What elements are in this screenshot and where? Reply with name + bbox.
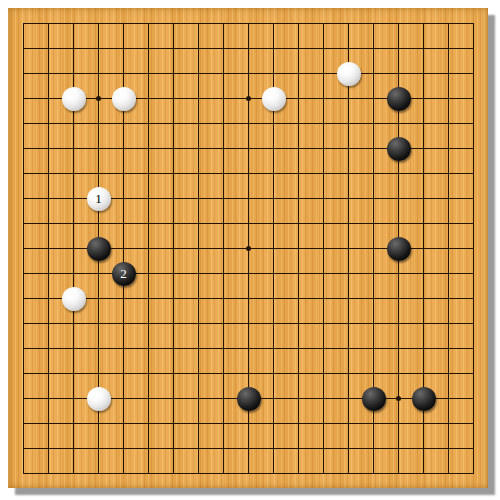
intersection[interactable] bbox=[411, 186, 436, 211]
intersection[interactable] bbox=[61, 161, 86, 186]
intersection[interactable] bbox=[386, 336, 411, 361]
intersection[interactable] bbox=[411, 286, 436, 311]
intersection[interactable] bbox=[211, 161, 236, 186]
intersection[interactable] bbox=[336, 111, 361, 136]
intersection[interactable] bbox=[361, 161, 386, 186]
intersection[interactable] bbox=[436, 11, 461, 36]
intersection[interactable] bbox=[61, 186, 86, 211]
intersection[interactable] bbox=[361, 311, 386, 336]
intersection[interactable] bbox=[261, 236, 286, 261]
white-stone[interactable] bbox=[62, 287, 86, 311]
intersection[interactable] bbox=[11, 136, 36, 161]
intersection[interactable] bbox=[11, 361, 36, 386]
intersection[interactable] bbox=[86, 461, 111, 486]
intersection[interactable] bbox=[111, 336, 136, 361]
intersection[interactable] bbox=[411, 436, 436, 461]
intersection[interactable] bbox=[336, 311, 361, 336]
intersection[interactable] bbox=[286, 311, 311, 336]
intersection[interactable] bbox=[436, 161, 461, 186]
intersection[interactable] bbox=[61, 311, 86, 336]
intersection[interactable] bbox=[136, 436, 161, 461]
intersection[interactable] bbox=[261, 336, 286, 361]
intersection[interactable] bbox=[286, 236, 311, 261]
intersection[interactable] bbox=[261, 461, 286, 486]
intersection[interactable] bbox=[436, 236, 461, 261]
intersection[interactable] bbox=[111, 36, 136, 61]
intersection[interactable] bbox=[61, 361, 86, 386]
intersection[interactable] bbox=[11, 411, 36, 436]
intersection[interactable] bbox=[136, 311, 161, 336]
intersection[interactable] bbox=[436, 336, 461, 361]
intersection[interactable] bbox=[136, 261, 161, 286]
intersection[interactable] bbox=[386, 286, 411, 311]
intersection[interactable] bbox=[61, 211, 86, 236]
intersection[interactable] bbox=[236, 211, 261, 236]
intersection[interactable] bbox=[411, 36, 436, 61]
intersection[interactable] bbox=[111, 411, 136, 436]
intersection[interactable] bbox=[36, 186, 61, 211]
intersection[interactable] bbox=[286, 61, 311, 86]
intersection[interactable] bbox=[411, 136, 436, 161]
intersection[interactable] bbox=[286, 386, 311, 411]
intersection[interactable] bbox=[311, 136, 336, 161]
intersection[interactable] bbox=[261, 11, 286, 36]
intersection[interactable] bbox=[286, 36, 311, 61]
intersection[interactable] bbox=[236, 386, 261, 411]
intersection[interactable] bbox=[311, 86, 336, 111]
intersection[interactable] bbox=[161, 136, 186, 161]
intersection[interactable] bbox=[261, 361, 286, 386]
intersection[interactable] bbox=[461, 36, 486, 61]
intersection[interactable] bbox=[461, 436, 486, 461]
intersection[interactable] bbox=[436, 386, 461, 411]
intersection[interactable] bbox=[61, 111, 86, 136]
intersection[interactable] bbox=[461, 161, 486, 186]
intersection[interactable] bbox=[461, 236, 486, 261]
intersection[interactable] bbox=[111, 436, 136, 461]
intersection[interactable] bbox=[36, 436, 61, 461]
intersection[interactable] bbox=[211, 11, 236, 36]
intersection[interactable] bbox=[36, 86, 61, 111]
intersection[interactable] bbox=[336, 211, 361, 236]
intersection[interactable] bbox=[86, 61, 111, 86]
intersection[interactable] bbox=[261, 211, 286, 236]
intersection[interactable] bbox=[186, 336, 211, 361]
intersection[interactable] bbox=[436, 361, 461, 386]
intersection[interactable] bbox=[36, 311, 61, 336]
intersection[interactable] bbox=[461, 136, 486, 161]
intersection[interactable] bbox=[386, 311, 411, 336]
intersection[interactable] bbox=[461, 461, 486, 486]
intersection[interactable] bbox=[186, 361, 211, 386]
intersection[interactable] bbox=[11, 11, 36, 36]
intersection[interactable] bbox=[236, 61, 261, 86]
intersection[interactable] bbox=[311, 236, 336, 261]
intersection[interactable] bbox=[111, 186, 136, 211]
intersection[interactable] bbox=[236, 161, 261, 186]
intersection[interactable] bbox=[336, 386, 361, 411]
intersection[interactable] bbox=[311, 161, 336, 186]
intersection[interactable] bbox=[136, 161, 161, 186]
intersection[interactable] bbox=[336, 186, 361, 211]
intersection[interactable] bbox=[286, 111, 311, 136]
intersection[interactable] bbox=[311, 11, 336, 36]
intersection[interactable] bbox=[386, 136, 411, 161]
intersection[interactable] bbox=[111, 161, 136, 186]
white-stone[interactable] bbox=[87, 387, 111, 411]
black-stone[interactable] bbox=[87, 237, 111, 261]
intersection[interactable] bbox=[361, 211, 386, 236]
intersection[interactable] bbox=[111, 61, 136, 86]
intersection[interactable] bbox=[161, 161, 186, 186]
intersection[interactable] bbox=[436, 186, 461, 211]
intersection[interactable] bbox=[86, 411, 111, 436]
intersection[interactable] bbox=[261, 386, 286, 411]
intersection[interactable] bbox=[361, 236, 386, 261]
intersection[interactable] bbox=[11, 86, 36, 111]
intersection[interactable] bbox=[461, 86, 486, 111]
intersection[interactable] bbox=[36, 461, 61, 486]
intersection[interactable] bbox=[411, 261, 436, 286]
intersection[interactable] bbox=[411, 361, 436, 386]
black-stone[interactable] bbox=[387, 87, 411, 111]
intersection[interactable] bbox=[161, 111, 186, 136]
intersection[interactable] bbox=[436, 286, 461, 311]
intersection[interactable] bbox=[236, 286, 261, 311]
intersection[interactable] bbox=[461, 186, 486, 211]
intersection[interactable] bbox=[211, 111, 236, 136]
intersection[interactable] bbox=[436, 111, 461, 136]
intersection[interactable] bbox=[411, 386, 436, 411]
intersection[interactable] bbox=[61, 336, 86, 361]
intersection[interactable] bbox=[161, 211, 186, 236]
intersection[interactable] bbox=[236, 11, 261, 36]
intersection[interactable] bbox=[386, 161, 411, 186]
intersection[interactable] bbox=[461, 61, 486, 86]
intersection[interactable] bbox=[261, 36, 286, 61]
intersection[interactable] bbox=[111, 461, 136, 486]
intersection[interactable] bbox=[186, 261, 211, 286]
intersection[interactable] bbox=[261, 286, 286, 311]
intersection[interactable] bbox=[86, 236, 111, 261]
intersection[interactable] bbox=[261, 111, 286, 136]
intersection[interactable] bbox=[311, 286, 336, 311]
white-stone[interactable]: 1 bbox=[87, 187, 111, 211]
intersection[interactable] bbox=[211, 136, 236, 161]
intersection[interactable] bbox=[211, 61, 236, 86]
intersection[interactable] bbox=[261, 136, 286, 161]
intersection[interactable] bbox=[61, 286, 86, 311]
intersection[interactable] bbox=[86, 286, 111, 311]
intersection[interactable] bbox=[186, 161, 211, 186]
intersection[interactable] bbox=[311, 261, 336, 286]
intersection[interactable] bbox=[336, 136, 361, 161]
intersection[interactable] bbox=[211, 286, 236, 311]
intersection[interactable] bbox=[236, 311, 261, 336]
intersection[interactable] bbox=[436, 261, 461, 286]
intersection[interactable] bbox=[311, 311, 336, 336]
intersection[interactable] bbox=[36, 136, 61, 161]
intersection[interactable] bbox=[386, 61, 411, 86]
intersection[interactable] bbox=[311, 186, 336, 211]
intersection[interactable] bbox=[286, 186, 311, 211]
intersection[interactable] bbox=[436, 86, 461, 111]
intersection[interactable] bbox=[411, 11, 436, 36]
intersection[interactable] bbox=[286, 11, 311, 36]
intersection[interactable] bbox=[361, 261, 386, 286]
intersection[interactable] bbox=[186, 236, 211, 261]
intersection[interactable] bbox=[211, 86, 236, 111]
intersection[interactable] bbox=[336, 261, 361, 286]
intersection[interactable] bbox=[36, 36, 61, 61]
intersection[interactable] bbox=[286, 136, 311, 161]
intersection[interactable] bbox=[311, 111, 336, 136]
intersection[interactable] bbox=[236, 136, 261, 161]
intersection[interactable] bbox=[461, 361, 486, 386]
intersection[interactable] bbox=[411, 461, 436, 486]
intersection[interactable] bbox=[186, 211, 211, 236]
intersection[interactable] bbox=[336, 11, 361, 36]
intersection[interactable] bbox=[161, 61, 186, 86]
intersection[interactable] bbox=[61, 411, 86, 436]
black-stone[interactable] bbox=[387, 237, 411, 261]
intersection[interactable] bbox=[186, 36, 211, 61]
intersection[interactable] bbox=[86, 311, 111, 336]
intersection[interactable] bbox=[311, 361, 336, 386]
intersection[interactable]: 2 bbox=[111, 261, 136, 286]
intersection[interactable] bbox=[186, 436, 211, 461]
black-stone[interactable] bbox=[362, 387, 386, 411]
intersection[interactable] bbox=[286, 286, 311, 311]
intersection[interactable] bbox=[236, 336, 261, 361]
intersection[interactable] bbox=[286, 86, 311, 111]
intersection[interactable] bbox=[161, 461, 186, 486]
intersection[interactable] bbox=[161, 261, 186, 286]
intersection[interactable] bbox=[186, 386, 211, 411]
intersection[interactable] bbox=[311, 336, 336, 361]
intersection[interactable] bbox=[86, 436, 111, 461]
intersection[interactable] bbox=[236, 111, 261, 136]
intersection[interactable] bbox=[36, 286, 61, 311]
intersection[interactable] bbox=[286, 336, 311, 361]
intersection[interactable] bbox=[36, 261, 61, 286]
intersection[interactable] bbox=[386, 11, 411, 36]
intersection[interactable] bbox=[311, 411, 336, 436]
black-stone[interactable] bbox=[387, 137, 411, 161]
intersection[interactable] bbox=[111, 311, 136, 336]
intersection[interactable] bbox=[336, 36, 361, 61]
intersection[interactable] bbox=[361, 411, 386, 436]
intersection[interactable] bbox=[211, 211, 236, 236]
intersection[interactable] bbox=[136, 61, 161, 86]
intersection[interactable] bbox=[411, 211, 436, 236]
intersection[interactable] bbox=[236, 261, 261, 286]
intersection[interactable] bbox=[86, 161, 111, 186]
intersection[interactable] bbox=[386, 411, 411, 436]
intersection[interactable] bbox=[61, 36, 86, 61]
white-stone[interactable] bbox=[262, 87, 286, 111]
intersection[interactable] bbox=[311, 436, 336, 461]
intersection[interactable] bbox=[461, 11, 486, 36]
intersection[interactable] bbox=[461, 386, 486, 411]
intersection[interactable] bbox=[61, 461, 86, 486]
intersection[interactable] bbox=[236, 436, 261, 461]
intersection[interactable] bbox=[461, 311, 486, 336]
intersection[interactable] bbox=[11, 311, 36, 336]
intersection[interactable] bbox=[136, 111, 161, 136]
intersection[interactable] bbox=[11, 461, 36, 486]
intersection[interactable] bbox=[461, 411, 486, 436]
intersection[interactable] bbox=[61, 386, 86, 411]
intersection[interactable] bbox=[436, 36, 461, 61]
intersection[interactable] bbox=[161, 286, 186, 311]
intersection[interactable] bbox=[411, 336, 436, 361]
intersection[interactable] bbox=[36, 161, 61, 186]
intersection[interactable] bbox=[236, 236, 261, 261]
intersection[interactable] bbox=[286, 161, 311, 186]
intersection[interactable] bbox=[411, 411, 436, 436]
intersection[interactable] bbox=[411, 111, 436, 136]
intersection[interactable] bbox=[211, 261, 236, 286]
intersection[interactable] bbox=[161, 36, 186, 61]
intersection[interactable] bbox=[261, 311, 286, 336]
intersection[interactable] bbox=[136, 86, 161, 111]
intersection[interactable] bbox=[136, 361, 161, 386]
intersection[interactable] bbox=[36, 211, 61, 236]
intersection[interactable] bbox=[161, 11, 186, 36]
intersection[interactable] bbox=[186, 411, 211, 436]
intersection[interactable] bbox=[361, 436, 386, 461]
intersection[interactable] bbox=[186, 136, 211, 161]
intersection[interactable] bbox=[211, 186, 236, 211]
white-stone[interactable] bbox=[112, 87, 136, 111]
intersection[interactable] bbox=[161, 386, 186, 411]
white-stone[interactable] bbox=[337, 62, 361, 86]
intersection[interactable] bbox=[136, 386, 161, 411]
intersection[interactable] bbox=[61, 86, 86, 111]
intersection[interactable] bbox=[361, 361, 386, 386]
intersection[interactable] bbox=[211, 361, 236, 386]
intersection[interactable] bbox=[136, 186, 161, 211]
intersection[interactable] bbox=[61, 436, 86, 461]
intersection[interactable] bbox=[86, 211, 111, 236]
intersection[interactable] bbox=[311, 36, 336, 61]
intersection[interactable] bbox=[136, 11, 161, 36]
intersection[interactable] bbox=[186, 461, 211, 486]
intersection[interactable] bbox=[286, 211, 311, 236]
intersection[interactable] bbox=[261, 436, 286, 461]
intersection[interactable] bbox=[161, 361, 186, 386]
intersection[interactable] bbox=[311, 386, 336, 411]
intersection[interactable] bbox=[236, 86, 261, 111]
intersection[interactable] bbox=[111, 111, 136, 136]
intersection[interactable] bbox=[386, 186, 411, 211]
intersection[interactable] bbox=[11, 161, 36, 186]
intersection[interactable] bbox=[286, 461, 311, 486]
intersection[interactable] bbox=[36, 111, 61, 136]
intersection[interactable] bbox=[186, 286, 211, 311]
intersection[interactable] bbox=[211, 336, 236, 361]
intersection[interactable] bbox=[386, 111, 411, 136]
intersection[interactable] bbox=[411, 61, 436, 86]
intersection[interactable] bbox=[386, 386, 411, 411]
intersection[interactable] bbox=[86, 336, 111, 361]
intersection[interactable] bbox=[261, 411, 286, 436]
intersection[interactable] bbox=[111, 236, 136, 261]
intersection[interactable] bbox=[336, 161, 361, 186]
intersection[interactable] bbox=[186, 86, 211, 111]
intersection[interactable] bbox=[211, 411, 236, 436]
intersection[interactable] bbox=[211, 461, 236, 486]
intersection[interactable] bbox=[136, 286, 161, 311]
intersection[interactable] bbox=[11, 261, 36, 286]
intersection[interactable] bbox=[86, 361, 111, 386]
intersection[interactable] bbox=[361, 186, 386, 211]
black-stone[interactable] bbox=[237, 387, 261, 411]
intersection[interactable] bbox=[211, 386, 236, 411]
intersection[interactable] bbox=[311, 211, 336, 236]
intersection[interactable] bbox=[336, 286, 361, 311]
intersection[interactable] bbox=[286, 411, 311, 436]
intersection[interactable] bbox=[361, 36, 386, 61]
intersection[interactable] bbox=[436, 211, 461, 236]
intersection[interactable] bbox=[61, 236, 86, 261]
intersection[interactable] bbox=[161, 336, 186, 361]
intersection[interactable] bbox=[386, 261, 411, 286]
intersection[interactable] bbox=[436, 461, 461, 486]
intersection[interactable] bbox=[136, 36, 161, 61]
intersection[interactable] bbox=[211, 236, 236, 261]
intersection[interactable] bbox=[361, 386, 386, 411]
intersection[interactable] bbox=[261, 161, 286, 186]
intersection[interactable] bbox=[461, 211, 486, 236]
intersection[interactable] bbox=[436, 311, 461, 336]
intersection[interactable] bbox=[361, 86, 386, 111]
intersection[interactable] bbox=[236, 461, 261, 486]
intersection[interactable] bbox=[386, 236, 411, 261]
intersection[interactable] bbox=[11, 286, 36, 311]
intersection[interactable] bbox=[36, 61, 61, 86]
intersection[interactable] bbox=[436, 61, 461, 86]
intersection[interactable] bbox=[136, 461, 161, 486]
intersection[interactable] bbox=[411, 311, 436, 336]
intersection[interactable] bbox=[336, 61, 361, 86]
intersection[interactable] bbox=[336, 86, 361, 111]
intersection[interactable] bbox=[111, 11, 136, 36]
white-stone[interactable] bbox=[62, 87, 86, 111]
intersection[interactable] bbox=[36, 11, 61, 36]
intersection[interactable] bbox=[61, 261, 86, 286]
intersection[interactable] bbox=[361, 461, 386, 486]
intersection[interactable] bbox=[86, 261, 111, 286]
intersection[interactable] bbox=[461, 261, 486, 286]
intersection[interactable] bbox=[211, 436, 236, 461]
intersection[interactable] bbox=[436, 136, 461, 161]
intersection[interactable] bbox=[36, 386, 61, 411]
intersection[interactable] bbox=[111, 361, 136, 386]
intersection[interactable] bbox=[161, 436, 186, 461]
intersection[interactable] bbox=[236, 361, 261, 386]
intersection[interactable] bbox=[236, 186, 261, 211]
intersection[interactable] bbox=[186, 11, 211, 36]
intersection[interactable] bbox=[386, 361, 411, 386]
intersection[interactable] bbox=[136, 211, 161, 236]
intersection[interactable] bbox=[336, 461, 361, 486]
intersection[interactable] bbox=[186, 186, 211, 211]
intersection[interactable] bbox=[261, 261, 286, 286]
intersection[interactable] bbox=[261, 186, 286, 211]
intersection[interactable] bbox=[161, 236, 186, 261]
